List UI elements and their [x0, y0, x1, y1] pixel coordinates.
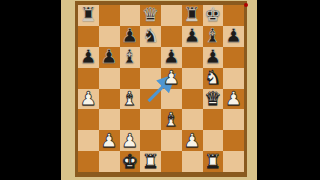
square-g3[interactable] [203, 109, 224, 130]
video-frame: ♜♛♜♚♟♞♟♝♟♟♟♝♟♟♟♞♟♝♛♟♝♟♟♟♚♜♜ [0, 0, 320, 180]
square-f6[interactable] [182, 47, 203, 68]
square-h7[interactable]: ♟ [223, 26, 244, 47]
black-pawn-h7[interactable]: ♟ [225, 26, 242, 45]
square-f5[interactable] [182, 68, 203, 89]
black-queen-d8[interactable]: ♛ [142, 5, 159, 24]
square-f3[interactable] [182, 109, 203, 130]
square-c7[interactable]: ♟ [120, 26, 141, 47]
black-pawn-g6[interactable]: ♟ [204, 47, 221, 66]
black-rook-a8[interactable]: ♜ [80, 5, 97, 24]
square-g6[interactable]: ♟ [203, 47, 224, 68]
square-b6[interactable]: ♟ [99, 47, 120, 68]
white-bishop-e3[interactable]: ♝ [163, 109, 180, 128]
black-pawn-f7[interactable]: ♟ [184, 26, 201, 45]
square-d4[interactable] [140, 89, 161, 110]
black-bishop-c6[interactable]: ♝ [121, 47, 138, 66]
square-c2[interactable]: ♟ [120, 130, 141, 151]
square-g5[interactable]: ♞ [203, 68, 224, 89]
square-a1[interactable] [78, 151, 99, 172]
square-e1[interactable] [161, 151, 182, 172]
square-b7[interactable] [99, 26, 120, 47]
square-a2[interactable] [78, 130, 99, 151]
square-h4[interactable]: ♟ [223, 89, 244, 110]
square-d5[interactable] [140, 68, 161, 89]
square-c1[interactable]: ♚ [120, 151, 141, 172]
square-c5[interactable] [120, 68, 141, 89]
square-b2[interactable]: ♟ [99, 130, 120, 151]
square-c8[interactable] [120, 5, 141, 26]
square-g2[interactable] [203, 130, 224, 151]
square-c3[interactable] [120, 109, 141, 130]
square-g1[interactable]: ♜ [203, 151, 224, 172]
square-e8[interactable] [161, 5, 182, 26]
square-b8[interactable] [99, 5, 120, 26]
black-pawn-c7[interactable]: ♟ [121, 26, 138, 45]
square-e4[interactable] [161, 89, 182, 110]
square-h6[interactable] [223, 47, 244, 68]
square-a5[interactable] [78, 68, 99, 89]
square-b3[interactable] [99, 109, 120, 130]
white-rook-g1[interactable]: ♜ [204, 151, 221, 170]
white-king-c1[interactable]: ♚ [121, 151, 138, 170]
square-h8[interactable] [223, 5, 244, 26]
record-indicator-dot [244, 3, 248, 7]
white-pawn-c2[interactable]: ♟ [121, 130, 138, 149]
square-g4[interactable]: ♛ [203, 89, 224, 110]
square-e2[interactable] [161, 130, 182, 151]
square-b5[interactable] [99, 68, 120, 89]
square-d3[interactable] [140, 109, 161, 130]
square-c6[interactable]: ♝ [120, 47, 141, 68]
square-d6[interactable] [140, 47, 161, 68]
square-e6[interactable]: ♟ [161, 47, 182, 68]
square-c4[interactable]: ♝ [120, 89, 141, 110]
white-pawn-h4[interactable]: ♟ [225, 89, 242, 108]
square-a6[interactable]: ♟ [78, 47, 99, 68]
square-h2[interactable] [223, 130, 244, 151]
square-d7[interactable]: ♞ [140, 26, 161, 47]
square-f8[interactable]: ♜ [182, 5, 203, 26]
white-pawn-b2[interactable]: ♟ [101, 130, 118, 149]
white-rook-d1[interactable]: ♜ [142, 151, 159, 170]
square-f1[interactable] [182, 151, 203, 172]
square-g8[interactable]: ♚ [203, 5, 224, 26]
white-pawn-f2[interactable]: ♟ [184, 130, 201, 149]
black-king-g8[interactable]: ♚ [204, 5, 221, 24]
square-a8[interactable]: ♜ [78, 5, 99, 26]
square-g7[interactable]: ♝ [203, 26, 224, 47]
black-pawn-a6[interactable]: ♟ [80, 47, 97, 66]
right-black-bar [257, 0, 320, 180]
square-a3[interactable] [78, 109, 99, 130]
black-bishop-g7[interactable]: ♝ [204, 26, 221, 45]
white-pawn-e5[interactable]: ♟ [163, 68, 180, 87]
square-f2[interactable]: ♟ [182, 130, 203, 151]
white-knight-g5[interactable]: ♞ [204, 68, 221, 87]
black-pawn-b6[interactable]: ♟ [101, 47, 118, 66]
square-f4[interactable] [182, 89, 203, 110]
black-knight-d7[interactable]: ♞ [142, 26, 159, 45]
square-d1[interactable]: ♜ [140, 151, 161, 172]
square-e7[interactable] [161, 26, 182, 47]
square-b1[interactable] [99, 151, 120, 172]
square-h3[interactable] [223, 109, 244, 130]
square-d2[interactable] [140, 130, 161, 151]
square-f7[interactable]: ♟ [182, 26, 203, 47]
black-pawn-e6[interactable]: ♟ [163, 47, 180, 66]
white-pawn-a4[interactable]: ♟ [80, 89, 97, 108]
white-queen-g4[interactable]: ♛ [204, 89, 221, 108]
square-d8[interactable]: ♛ [140, 5, 161, 26]
square-h5[interactable] [223, 68, 244, 89]
square-h1[interactable] [223, 151, 244, 172]
white-bishop-c4[interactable]: ♝ [121, 89, 138, 108]
board-squares: ♜♛♜♚♟♞♟♝♟♟♟♝♟♟♟♞♟♝♛♟♝♟♟♟♚♜♜ [78, 5, 244, 172]
square-e5[interactable]: ♟ [161, 68, 182, 89]
square-e3[interactable]: ♝ [161, 109, 182, 130]
square-a4[interactable]: ♟ [78, 89, 99, 110]
left-black-bar [0, 0, 61, 180]
square-a7[interactable] [78, 26, 99, 47]
black-rook-f8[interactable]: ♜ [184, 5, 201, 24]
square-b4[interactable] [99, 89, 120, 110]
